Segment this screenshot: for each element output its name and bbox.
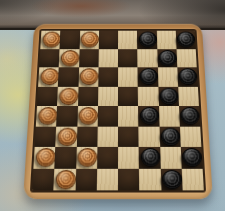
square-r5c6[interactable] [138, 106, 159, 126]
board-frame [30, 29, 206, 193]
board-grid [32, 31, 204, 191]
checker-light-wood[interactable] [40, 69, 59, 86]
square-r1c3[interactable] [79, 31, 99, 49]
checker-black[interactable] [141, 148, 161, 167]
square-r6c5[interactable] [118, 126, 139, 147]
square-r4c7[interactable] [158, 86, 179, 106]
checker-light-wood[interactable] [77, 148, 97, 167]
checker-black[interactable] [182, 148, 203, 167]
square-r3c5[interactable] [118, 67, 138, 86]
square-r8c1[interactable] [32, 168, 54, 190]
square-r8c3[interactable] [75, 168, 97, 190]
square-r8c5[interactable] [118, 168, 139, 190]
checker-light-wood[interactable] [42, 32, 61, 48]
checker-black[interactable] [139, 69, 158, 86]
square-r5c4[interactable] [97, 106, 118, 126]
square-r8c4[interactable] [97, 168, 118, 190]
square-r6c1[interactable] [35, 126, 57, 147]
square-r8c7[interactable] [160, 168, 182, 190]
square-r7c7[interactable] [160, 147, 182, 168]
square-r1c4[interactable] [99, 31, 118, 49]
square-r2c8[interactable] [176, 49, 196, 68]
square-r4c6[interactable] [138, 86, 159, 106]
checker-black[interactable] [162, 170, 183, 189]
square-r1c8[interactable] [175, 31, 195, 49]
square-r6c2[interactable] [55, 126, 76, 147]
checker-black[interactable] [161, 128, 181, 146]
square-r3c2[interactable] [58, 67, 79, 86]
checker-light-wood[interactable] [80, 69, 99, 86]
square-r2c7[interactable] [157, 49, 177, 68]
square-r1c7[interactable] [156, 31, 176, 49]
square-r1c2[interactable] [60, 31, 80, 49]
square-r5c8[interactable] [179, 106, 200, 126]
square-r3c6[interactable] [138, 67, 158, 86]
checker-black[interactable] [139, 32, 157, 48]
checker-black[interactable] [180, 107, 200, 125]
checkers-board [23, 24, 213, 199]
checker-light-wood[interactable] [35, 148, 56, 167]
square-r7c3[interactable] [76, 147, 97, 168]
square-r2c6[interactable] [137, 49, 157, 68]
checker-light-wood[interactable] [81, 32, 99, 48]
square-r1c5[interactable] [118, 31, 137, 49]
square-r4c2[interactable] [57, 86, 78, 106]
checker-light-wood[interactable] [61, 50, 80, 66]
checker-light-wood[interactable] [59, 88, 78, 105]
square-r1c6[interactable] [137, 31, 157, 49]
square-r6c4[interactable] [97, 126, 118, 147]
square-r7c1[interactable] [33, 147, 55, 168]
square-r4c1[interactable] [37, 86, 58, 106]
square-r5c3[interactable] [77, 106, 98, 126]
square-r7c8[interactable] [181, 147, 203, 168]
checker-light-wood[interactable] [79, 107, 99, 125]
square-r7c6[interactable] [139, 147, 160, 168]
square-r2c5[interactable] [118, 49, 138, 68]
scene [0, 0, 225, 211]
checker-black[interactable] [179, 69, 198, 86]
checker-black[interactable] [158, 50, 177, 66]
square-r2c4[interactable] [98, 49, 118, 68]
checker-light-wood[interactable] [55, 170, 76, 189]
square-r4c3[interactable] [78, 86, 99, 106]
square-r5c5[interactable] [118, 106, 139, 126]
checker-black[interactable] [177, 32, 196, 48]
square-r5c7[interactable] [159, 106, 180, 126]
square-r8c6[interactable] [139, 168, 161, 190]
square-r6c8[interactable] [180, 126, 202, 147]
square-r5c2[interactable] [56, 106, 77, 126]
square-r6c7[interactable] [159, 126, 180, 147]
square-r4c4[interactable] [98, 86, 118, 106]
square-r3c1[interactable] [38, 67, 59, 86]
square-r7c2[interactable] [55, 147, 77, 168]
square-r6c6[interactable] [139, 126, 160, 147]
square-r2c1[interactable] [39, 49, 59, 68]
square-r3c3[interactable] [78, 67, 98, 86]
square-r6c3[interactable] [76, 126, 97, 147]
square-r3c8[interactable] [177, 67, 198, 86]
square-r2c3[interactable] [79, 49, 99, 68]
square-r8c2[interactable] [54, 168, 76, 190]
checker-light-wood[interactable] [38, 107, 58, 125]
square-r1c1[interactable] [40, 31, 60, 49]
square-r7c4[interactable] [97, 147, 118, 168]
square-r7c5[interactable] [118, 147, 139, 168]
checker-black[interactable] [140, 107, 160, 125]
square-r2c2[interactable] [59, 49, 79, 68]
square-r4c8[interactable] [178, 86, 199, 106]
square-r5c1[interactable] [36, 106, 57, 126]
checker-black[interactable] [160, 88, 180, 105]
square-r3c7[interactable] [157, 67, 178, 86]
checker-light-wood[interactable] [57, 128, 77, 146]
square-r3c4[interactable] [98, 67, 118, 86]
square-r4c5[interactable] [118, 86, 138, 106]
square-r8c8[interactable] [181, 168, 203, 190]
